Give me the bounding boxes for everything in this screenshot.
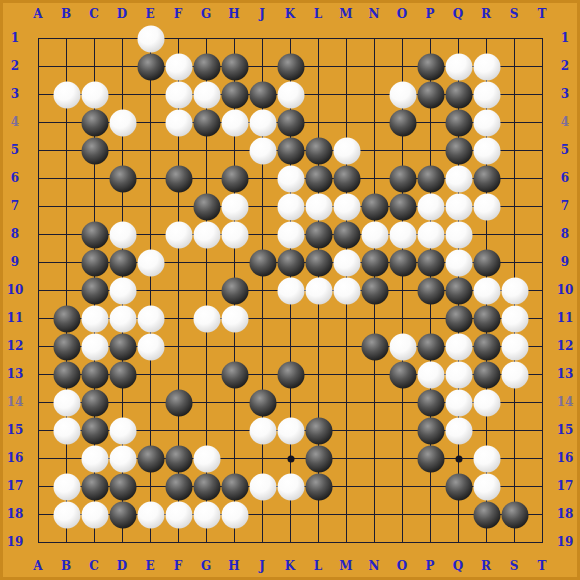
white-stone xyxy=(361,221,388,248)
black-stone xyxy=(445,137,472,164)
row-label: 3 xyxy=(11,87,19,101)
black-stone xyxy=(53,333,80,360)
row-label: 14 xyxy=(7,395,24,409)
black-stone xyxy=(305,249,332,276)
black-stone xyxy=(473,361,500,388)
row-label: 6 xyxy=(11,171,19,185)
row-label: 8 xyxy=(561,227,569,241)
white-stone xyxy=(501,305,528,332)
white-stone xyxy=(333,277,360,304)
black-stone xyxy=(277,109,304,136)
row-label: 13 xyxy=(557,367,574,381)
black-stone xyxy=(417,417,444,444)
black-stone xyxy=(305,221,332,248)
column-label: T xyxy=(538,7,547,21)
row-label: 9 xyxy=(11,255,19,269)
black-stone xyxy=(473,501,500,528)
white-stone xyxy=(501,333,528,360)
column-label: B xyxy=(61,559,71,573)
black-stone xyxy=(473,333,500,360)
black-stone xyxy=(193,473,220,500)
black-stone xyxy=(193,109,220,136)
row-label: 15 xyxy=(557,423,574,437)
white-stone xyxy=(221,221,248,248)
white-stone xyxy=(473,109,500,136)
black-stone xyxy=(389,249,416,276)
white-stone xyxy=(109,445,136,472)
row-label: 4 xyxy=(11,115,19,129)
white-stone xyxy=(109,109,136,136)
white-stone xyxy=(305,277,332,304)
column-label: F xyxy=(174,7,183,21)
column-label: L xyxy=(314,7,322,21)
row-label: 2 xyxy=(561,59,569,73)
black-stone xyxy=(81,417,108,444)
white-stone xyxy=(165,53,192,80)
white-stone xyxy=(53,389,80,416)
black-stone xyxy=(305,165,332,192)
black-stone xyxy=(389,193,416,220)
black-stone xyxy=(305,473,332,500)
column-label: F xyxy=(174,559,183,573)
black-stone xyxy=(165,165,192,192)
black-stone xyxy=(333,221,360,248)
white-stone xyxy=(473,53,500,80)
column-label: K xyxy=(285,7,295,21)
black-stone xyxy=(361,277,388,304)
white-stone xyxy=(501,277,528,304)
black-stone xyxy=(361,193,388,220)
column-label: B xyxy=(61,7,71,21)
black-stone xyxy=(361,333,388,360)
white-stone xyxy=(165,221,192,248)
black-stone xyxy=(305,137,332,164)
white-stone xyxy=(473,137,500,164)
black-stone xyxy=(221,361,248,388)
white-stone xyxy=(109,305,136,332)
white-stone xyxy=(445,417,472,444)
black-stone xyxy=(473,165,500,192)
black-stone xyxy=(137,53,164,80)
white-stone xyxy=(53,417,80,444)
row-label: 8 xyxy=(11,227,19,241)
white-stone xyxy=(445,333,472,360)
white-stone xyxy=(305,193,332,220)
black-stone xyxy=(305,445,332,472)
black-stone xyxy=(389,165,416,192)
black-stone xyxy=(193,53,220,80)
white-stone xyxy=(137,501,164,528)
white-stone xyxy=(417,193,444,220)
row-label: 7 xyxy=(11,199,19,213)
white-stone xyxy=(165,81,192,108)
white-stone xyxy=(81,81,108,108)
black-stone xyxy=(501,501,528,528)
white-stone xyxy=(473,277,500,304)
white-stone xyxy=(81,333,108,360)
white-stone xyxy=(277,193,304,220)
column-label: O xyxy=(397,559,407,573)
black-stone xyxy=(445,473,472,500)
black-stone xyxy=(109,361,136,388)
black-stone xyxy=(445,81,472,108)
black-stone xyxy=(445,305,472,332)
white-stone xyxy=(221,193,248,220)
black-stone xyxy=(53,361,80,388)
column-label: G xyxy=(201,7,211,21)
column-label: P xyxy=(425,559,434,573)
white-stone xyxy=(193,81,220,108)
black-stone xyxy=(249,81,276,108)
column-label: R xyxy=(481,559,491,573)
column-label: C xyxy=(89,7,99,21)
column-label: M xyxy=(339,7,352,21)
black-stone xyxy=(389,109,416,136)
row-label: 1 xyxy=(11,31,19,45)
row-label: 16 xyxy=(7,451,24,465)
white-stone xyxy=(193,445,220,472)
white-stone xyxy=(221,305,248,332)
row-label: 2 xyxy=(11,59,19,73)
white-stone xyxy=(277,473,304,500)
white-stone xyxy=(53,473,80,500)
star-point xyxy=(287,455,294,462)
row-label: 5 xyxy=(11,143,19,157)
black-stone xyxy=(193,193,220,220)
black-stone xyxy=(417,249,444,276)
white-stone xyxy=(193,305,220,332)
black-stone xyxy=(277,53,304,80)
column-label: D xyxy=(117,7,127,21)
black-stone xyxy=(221,165,248,192)
row-label: 18 xyxy=(557,507,574,521)
white-stone xyxy=(81,501,108,528)
row-label: 14 xyxy=(557,395,574,409)
column-label: E xyxy=(145,559,154,573)
white-stone xyxy=(53,81,80,108)
column-label: J xyxy=(259,7,265,21)
black-stone xyxy=(53,305,80,332)
black-stone xyxy=(417,277,444,304)
row-label: 6 xyxy=(561,171,569,185)
white-stone xyxy=(445,361,472,388)
white-stone xyxy=(333,193,360,220)
black-stone xyxy=(81,473,108,500)
black-stone xyxy=(81,389,108,416)
row-label: 10 xyxy=(557,283,574,297)
white-stone xyxy=(445,221,472,248)
column-label: L xyxy=(314,559,322,573)
black-stone xyxy=(305,417,332,444)
black-stone xyxy=(277,137,304,164)
row-label: 5 xyxy=(561,143,569,157)
black-stone xyxy=(445,277,472,304)
row-label: 11 xyxy=(557,311,574,325)
column-label: N xyxy=(369,7,380,21)
white-stone xyxy=(53,501,80,528)
column-label: J xyxy=(259,559,265,573)
black-stone xyxy=(389,361,416,388)
white-stone xyxy=(389,221,416,248)
black-stone xyxy=(109,165,136,192)
row-label: 13 xyxy=(7,367,24,381)
column-label: S xyxy=(510,559,519,573)
white-stone xyxy=(249,137,276,164)
row-label: 12 xyxy=(7,339,24,353)
board-grid-line-horizontal xyxy=(38,542,543,543)
board-grid-line-vertical xyxy=(542,38,543,543)
black-stone xyxy=(361,249,388,276)
white-stone xyxy=(389,81,416,108)
row-label: 18 xyxy=(7,507,24,521)
black-stone xyxy=(417,445,444,472)
black-stone xyxy=(417,165,444,192)
white-stone xyxy=(277,277,304,304)
row-label: 19 xyxy=(7,535,24,549)
black-stone xyxy=(221,81,248,108)
row-label: 9 xyxy=(561,255,569,269)
white-stone xyxy=(277,417,304,444)
column-label: O xyxy=(397,7,407,21)
white-stone xyxy=(249,417,276,444)
black-stone xyxy=(277,249,304,276)
row-label: 12 xyxy=(557,339,574,353)
column-label: M xyxy=(339,559,352,573)
column-label: H xyxy=(228,7,239,21)
black-stone xyxy=(165,445,192,472)
row-label: 16 xyxy=(557,451,574,465)
column-label: Q xyxy=(453,7,463,21)
white-stone xyxy=(137,333,164,360)
black-stone xyxy=(109,249,136,276)
black-stone xyxy=(417,53,444,80)
row-label: 11 xyxy=(7,311,24,325)
column-label: T xyxy=(538,559,547,573)
white-stone xyxy=(277,221,304,248)
white-stone xyxy=(221,501,248,528)
white-stone xyxy=(193,221,220,248)
black-stone xyxy=(109,333,136,360)
column-label: G xyxy=(201,559,211,573)
black-stone xyxy=(165,389,192,416)
white-stone xyxy=(333,137,360,164)
black-stone xyxy=(221,473,248,500)
white-stone xyxy=(109,277,136,304)
white-stone xyxy=(193,501,220,528)
star-point xyxy=(455,455,462,462)
white-stone xyxy=(473,193,500,220)
black-stone xyxy=(221,277,248,304)
black-stone xyxy=(249,249,276,276)
white-stone xyxy=(445,389,472,416)
black-stone xyxy=(81,137,108,164)
column-label: Q xyxy=(453,559,463,573)
black-stone xyxy=(277,361,304,388)
black-stone xyxy=(109,473,136,500)
black-stone xyxy=(81,249,108,276)
white-stone xyxy=(109,417,136,444)
column-label: K xyxy=(285,559,295,573)
black-stone xyxy=(249,389,276,416)
row-label: 1 xyxy=(561,31,569,45)
white-stone xyxy=(333,249,360,276)
black-stone xyxy=(417,389,444,416)
white-stone xyxy=(501,361,528,388)
column-label: P xyxy=(425,7,434,21)
row-label: 10 xyxy=(7,283,24,297)
column-label: H xyxy=(228,559,239,573)
white-stone xyxy=(445,165,472,192)
white-stone xyxy=(221,109,248,136)
white-stone xyxy=(473,445,500,472)
white-stone xyxy=(81,445,108,472)
column-label: E xyxy=(145,7,154,21)
row-label: 3 xyxy=(561,87,569,101)
white-stone xyxy=(249,109,276,136)
row-label: 15 xyxy=(7,423,24,437)
column-label: A xyxy=(33,559,42,573)
black-stone xyxy=(81,277,108,304)
white-stone xyxy=(137,249,164,276)
black-stone xyxy=(81,109,108,136)
white-stone xyxy=(417,361,444,388)
column-label: N xyxy=(369,559,380,573)
column-label: D xyxy=(117,559,127,573)
go-app-window: ABCDEFGHJKLMNOPQRST ABCDEFGHJKLMNOPQRST … xyxy=(0,0,580,580)
white-stone xyxy=(81,305,108,332)
black-stone xyxy=(417,333,444,360)
black-stone xyxy=(81,361,108,388)
white-stone xyxy=(417,221,444,248)
white-stone xyxy=(165,501,192,528)
row-label: 7 xyxy=(561,199,569,213)
column-label: C xyxy=(89,559,99,573)
white-stone xyxy=(389,333,416,360)
column-label: A xyxy=(33,7,42,21)
row-label: 17 xyxy=(557,479,574,493)
white-stone xyxy=(473,473,500,500)
black-stone xyxy=(333,165,360,192)
column-label: S xyxy=(510,7,519,21)
white-stone xyxy=(473,81,500,108)
black-stone xyxy=(81,221,108,248)
black-stone xyxy=(165,473,192,500)
row-label: 17 xyxy=(7,479,24,493)
white-stone xyxy=(109,221,136,248)
black-stone xyxy=(445,109,472,136)
column-label: R xyxy=(481,7,491,21)
white-stone xyxy=(137,25,164,52)
black-stone xyxy=(473,305,500,332)
black-stone xyxy=(221,53,248,80)
row-label: 4 xyxy=(561,115,569,129)
white-stone xyxy=(445,53,472,80)
white-stone xyxy=(473,389,500,416)
black-stone xyxy=(137,445,164,472)
white-stone xyxy=(277,81,304,108)
white-stone xyxy=(165,109,192,136)
white-stone xyxy=(277,165,304,192)
black-stone xyxy=(473,249,500,276)
white-stone xyxy=(445,249,472,276)
white-stone xyxy=(249,473,276,500)
white-stone xyxy=(445,193,472,220)
white-stone xyxy=(137,305,164,332)
black-stone xyxy=(109,501,136,528)
black-stone xyxy=(417,81,444,108)
row-label: 19 xyxy=(557,535,574,549)
